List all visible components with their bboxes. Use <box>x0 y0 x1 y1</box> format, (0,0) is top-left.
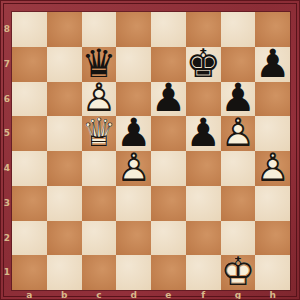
square-f5[interactable]: ♟ <box>186 116 221 151</box>
square-c5[interactable]: ♛♕ <box>82 116 117 151</box>
square-b8[interactable] <box>47 12 82 47</box>
square-b2[interactable] <box>47 221 82 256</box>
chess-board: ♛♚♟♟♙♟♟♛♕♟♟♟♙♟♙♟♙♚♔ <box>12 12 290 290</box>
square-a3[interactable] <box>12 186 47 221</box>
square-b3[interactable] <box>47 186 82 221</box>
square-a8[interactable] <box>12 12 47 47</box>
square-g8[interactable] <box>221 12 256 47</box>
white-king-outline-layer: ♔ <box>221 254 256 289</box>
square-b7[interactable] <box>47 47 82 82</box>
rank-label-5: 5 <box>2 116 12 151</box>
black-king-glyph: ♚ <box>186 46 221 81</box>
square-e1[interactable] <box>151 255 186 290</box>
piece-white-pawn[interactable]: ♟♙ <box>116 151 151 186</box>
square-e2[interactable] <box>151 221 186 256</box>
square-e8[interactable] <box>151 12 186 47</box>
square-f2[interactable] <box>186 221 221 256</box>
square-g5[interactable]: ♟♙ <box>221 116 256 151</box>
white-pawn-outline-layer: ♙ <box>255 150 290 185</box>
black-pawn-glyph: ♟ <box>255 46 290 81</box>
file-label-e: e <box>151 290 186 300</box>
piece-white-pawn[interactable]: ♟♙ <box>221 116 256 151</box>
square-h1[interactable] <box>255 255 290 290</box>
white-pawn-outline-layer: ♙ <box>221 115 256 150</box>
rank-label-2: 2 <box>2 221 12 256</box>
square-g1[interactable]: ♚♔ <box>221 255 256 290</box>
square-h4[interactable]: ♟♙ <box>255 151 290 186</box>
square-f3[interactable] <box>186 186 221 221</box>
square-a5[interactable] <box>12 116 47 151</box>
piece-black-pawn[interactable]: ♟ <box>255 47 290 82</box>
square-h6[interactable] <box>255 82 290 117</box>
square-a1[interactable] <box>12 255 47 290</box>
rank-label-1: 1 <box>2 255 12 290</box>
square-f7[interactable]: ♚ <box>186 47 221 82</box>
piece-black-king[interactable]: ♚ <box>186 47 221 82</box>
piece-white-queen[interactable]: ♛♕ <box>82 116 117 151</box>
square-e6[interactable]: ♟ <box>151 82 186 117</box>
square-b1[interactable] <box>47 255 82 290</box>
black-pawn-glyph: ♟ <box>186 115 221 150</box>
rank-label-3: 3 <box>2 186 12 221</box>
piece-black-pawn[interactable]: ♟ <box>186 116 221 151</box>
square-a4[interactable] <box>12 151 47 186</box>
square-d7[interactable] <box>116 47 151 82</box>
square-c1[interactable] <box>82 255 117 290</box>
square-a2[interactable] <box>12 221 47 256</box>
black-pawn-glyph: ♟ <box>151 81 186 116</box>
square-b4[interactable] <box>47 151 82 186</box>
square-b6[interactable] <box>47 82 82 117</box>
square-e3[interactable] <box>151 186 186 221</box>
square-c2[interactable] <box>82 221 117 256</box>
square-g4[interactable] <box>221 151 256 186</box>
square-h2[interactable] <box>255 221 290 256</box>
file-label-b: b <box>47 290 82 300</box>
square-h7[interactable]: ♟ <box>255 47 290 82</box>
square-a6[interactable] <box>12 82 47 117</box>
file-label-c: c <box>82 290 117 300</box>
file-label-a: a <box>12 290 47 300</box>
square-c4[interactable] <box>82 151 117 186</box>
rank-label-4: 4 <box>2 151 12 186</box>
piece-white-king[interactable]: ♚♔ <box>221 255 256 290</box>
piece-black-pawn[interactable]: ♟ <box>151 82 186 117</box>
rank-label-8: 8 <box>2 12 12 47</box>
white-queen-outline-layer: ♕ <box>82 115 117 150</box>
square-e5[interactable] <box>151 116 186 151</box>
square-e4[interactable] <box>151 151 186 186</box>
square-g3[interactable] <box>221 186 256 221</box>
file-label-f: f <box>186 290 221 300</box>
square-d1[interactable] <box>116 255 151 290</box>
square-h3[interactable] <box>255 186 290 221</box>
file-label-h: h <box>255 290 290 300</box>
square-d3[interactable] <box>116 186 151 221</box>
rank-label-7: 7 <box>2 47 12 82</box>
square-b5[interactable] <box>47 116 82 151</box>
file-label-d: d <box>116 290 151 300</box>
square-d4[interactable]: ♟♙ <box>116 151 151 186</box>
chess-board-frame: ♛♚♟♟♙♟♟♛♕♟♟♟♙♟♙♟♙♚♔ 87654321abcdefgh <box>0 0 300 300</box>
square-a7[interactable] <box>12 47 47 82</box>
square-f1[interactable] <box>186 255 221 290</box>
square-c3[interactable] <box>82 186 117 221</box>
square-d8[interactable] <box>116 12 151 47</box>
rank-label-6: 6 <box>2 82 12 117</box>
white-pawn-outline-layer: ♙ <box>116 150 151 185</box>
piece-white-pawn[interactable]: ♟♙ <box>255 151 290 186</box>
square-d2[interactable] <box>116 221 151 256</box>
square-f4[interactable] <box>186 151 221 186</box>
